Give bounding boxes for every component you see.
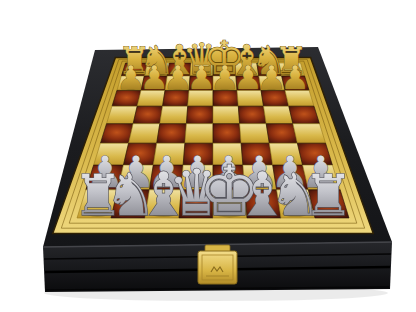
clasp-plate: [198, 251, 237, 284]
square-d4: [185, 124, 213, 144]
gold-clasp: [198, 245, 237, 284]
square-b4: [129, 124, 160, 144]
square-f5: [238, 106, 266, 124]
square-a4: [100, 124, 133, 144]
square-e5: [213, 106, 240, 124]
piece-black-pawn-h7: ♟: [281, 59, 310, 97]
square-b5: [133, 106, 162, 124]
square-e4: [213, 124, 241, 144]
chess-set-photo: ♜♞♝♛♚♝♞♜♟♟♟♟♟♟♟♟♟♟♟♟♟♟♟♟♜♞♝♛♚♝♞♜: [0, 0, 416, 312]
square-a5: [107, 106, 138, 124]
square-h5: [289, 106, 320, 124]
piece-white-rook-h1: ♜: [303, 163, 353, 228]
square-h4: [293, 124, 326, 144]
square-d5: [186, 106, 213, 124]
square-c4: [157, 124, 187, 144]
scene: ♜♞♝♛♚♝♞♜♟♟♟♟♟♟♟♟♟♟♟♟♟♟♟♟♜♞♝♛♚♝♞♜: [0, 0, 416, 312]
square-c5: [160, 106, 188, 124]
square-g5: [264, 106, 293, 124]
square-f4: [240, 124, 270, 144]
square-g4: [266, 124, 297, 144]
